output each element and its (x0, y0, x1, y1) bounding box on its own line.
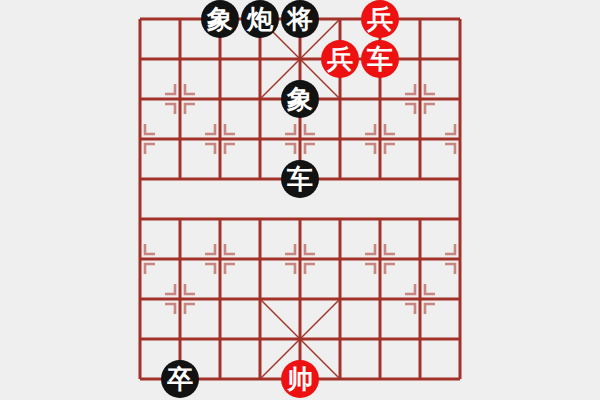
piece-black-soldier[interactable]: 卒 (161, 360, 199, 398)
piece-red-soldier[interactable]: 兵 (321, 40, 359, 78)
piece-red-soldier[interactable]: 兵 (361, 0, 399, 38)
piece-black-elephant[interactable]: 象 (281, 80, 319, 118)
piece-black-chariot[interactable]: 车 (281, 160, 319, 198)
piece-black-general[interactable]: 将 (281, 0, 319, 38)
xiangqi-app: 象炮将兵兵车象车卒帅 (0, 0, 600, 400)
piece-black-cannon[interactable]: 炮 (241, 0, 279, 38)
piece-black-elephant[interactable]: 象 (201, 0, 239, 38)
piece-red-chariot[interactable]: 车 (361, 40, 399, 78)
piece-red-general[interactable]: 帅 (281, 360, 319, 398)
xiangqi-board-grid: 象炮将兵兵车象车卒帅 (120, 0, 480, 399)
